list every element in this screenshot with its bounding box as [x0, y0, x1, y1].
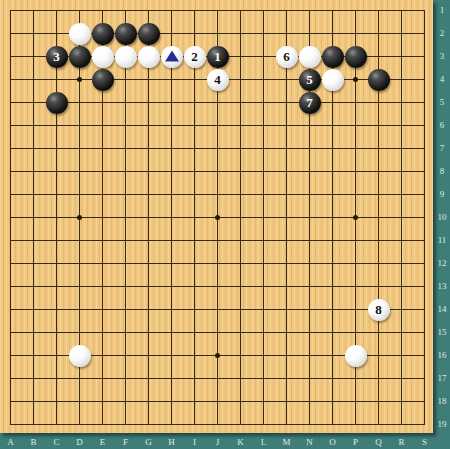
column-label: D [68, 437, 91, 447]
column-label: F [114, 437, 137, 447]
row-label: 13 [434, 281, 450, 291]
go-diagram-page: 31572468 12345678910111213141516171819AB… [0, 0, 450, 449]
black-stone[interactable] [138, 23, 160, 45]
black-stone[interactable]: 1 [207, 46, 229, 68]
column-label: I [183, 437, 206, 447]
row-label: 6 [434, 120, 450, 130]
column-label: R [390, 437, 413, 447]
column-label: N [298, 437, 321, 447]
row-label: 15 [434, 327, 450, 337]
row-label: 2 [434, 28, 450, 38]
black-stone[interactable]: 5 [299, 69, 321, 91]
row-label: 10 [434, 212, 450, 222]
grid-horizontal-line [10, 240, 425, 241]
row-label: 1 [434, 5, 450, 15]
column-label: E [91, 437, 114, 447]
row-label: 11 [434, 235, 450, 245]
white-stone[interactable]: 4 [207, 69, 229, 91]
grid-horizontal-line [10, 401, 425, 402]
star-point [215, 215, 220, 220]
star-point [353, 215, 358, 220]
black-stone[interactable] [368, 69, 390, 91]
black-stone[interactable] [92, 69, 114, 91]
grid-vertical-line [240, 10, 241, 425]
white-stone[interactable]: 8 [368, 299, 390, 321]
grid-vertical-line [424, 10, 425, 425]
star-point [77, 77, 82, 82]
row-label: 18 [434, 396, 450, 406]
move-number: 5 [306, 73, 313, 86]
grid-vertical-line [286, 10, 287, 425]
star-point [353, 77, 358, 82]
row-label: 14 [434, 304, 450, 314]
grid-horizontal-line [10, 378, 425, 379]
row-label: 19 [434, 419, 450, 429]
black-stone[interactable] [92, 23, 114, 45]
white-stone[interactable] [69, 345, 91, 367]
white-stone[interactable] [69, 23, 91, 45]
white-stone[interactable] [345, 345, 367, 367]
row-label: 9 [434, 189, 450, 199]
column-label: J [206, 437, 229, 447]
row-label: 16 [434, 350, 450, 360]
row-label: 3 [434, 51, 450, 61]
grid-horizontal-line [10, 332, 425, 333]
row-label: 5 [434, 97, 450, 107]
white-stone[interactable] [138, 46, 160, 68]
column-label: G [137, 437, 160, 447]
white-stone[interactable] [115, 46, 137, 68]
column-label: L [252, 437, 275, 447]
white-stone[interactable] [322, 69, 344, 91]
move-number: 6 [283, 50, 290, 63]
column-label: M [275, 437, 298, 447]
move-number: 4 [214, 73, 221, 86]
move-number: 3 [53, 50, 60, 63]
black-stone[interactable] [345, 46, 367, 68]
row-label: 4 [434, 74, 450, 84]
black-stone[interactable] [115, 23, 137, 45]
grid-horizontal-line [10, 286, 425, 287]
grid-horizontal-line [10, 424, 425, 425]
column-label: P [344, 437, 367, 447]
white-stone[interactable] [92, 46, 114, 68]
black-stone[interactable] [322, 46, 344, 68]
black-stone[interactable] [46, 92, 68, 114]
grid-vertical-line [401, 10, 402, 425]
black-stone[interactable]: 7 [299, 92, 321, 114]
grid-horizontal-line [10, 309, 425, 310]
row-label: 8 [434, 166, 450, 176]
star-point [77, 215, 82, 220]
column-label: K [229, 437, 252, 447]
white-stone[interactable]: 2 [184, 46, 206, 68]
column-label: O [321, 437, 344, 447]
grid-vertical-line [263, 10, 264, 425]
star-point [215, 353, 220, 358]
white-stone[interactable] [299, 46, 321, 68]
move-number: 2 [191, 50, 198, 63]
triangle-marker-icon [165, 50, 179, 61]
white-stone[interactable] [161, 46, 183, 68]
move-number: 8 [375, 303, 382, 316]
column-label: C [45, 437, 68, 447]
go-board[interactable]: 31572468 [0, 0, 433, 433]
move-number: 7 [306, 96, 313, 109]
row-label: 12 [434, 258, 450, 268]
black-stone[interactable]: 3 [46, 46, 68, 68]
row-label: 7 [434, 143, 450, 153]
column-label: B [22, 437, 45, 447]
column-label: S [413, 437, 436, 447]
white-stone[interactable]: 6 [276, 46, 298, 68]
move-number: 1 [214, 50, 221, 63]
column-label: A [0, 437, 22, 447]
column-label: H [160, 437, 183, 447]
grid-horizontal-line [10, 263, 425, 264]
black-stone[interactable] [69, 46, 91, 68]
row-label: 17 [434, 373, 450, 383]
column-label: Q [367, 437, 390, 447]
